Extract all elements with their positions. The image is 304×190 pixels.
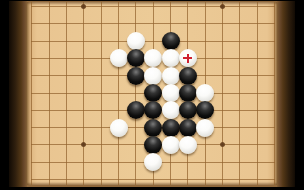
stone-black: [144, 84, 162, 102]
stone-white: [179, 136, 197, 154]
stone-black: [179, 67, 197, 85]
grid-line-vertical: [222, 2, 223, 185]
stone-black: [179, 119, 197, 137]
grid-line-vertical: [31, 2, 32, 185]
stone-white: [162, 67, 180, 85]
stone-black: [162, 119, 180, 137]
star-point: [220, 4, 225, 9]
stone-black: [127, 101, 145, 119]
gomoku-app-screen: [0, 0, 304, 190]
grid-line-vertical: [274, 2, 275, 185]
stone-white: [144, 49, 162, 67]
grid-line-horizontal: [31, 41, 275, 42]
stone-white: [196, 84, 214, 102]
letterbox-left: [0, 0, 9, 190]
stone-white: [144, 153, 162, 171]
last-move-marker: [183, 54, 192, 63]
star-point: [81, 142, 86, 147]
letterbox-top: [0, 0, 304, 1]
grid-line-vertical: [257, 2, 258, 185]
grid-line-horizontal: [31, 179, 275, 180]
stone-white: [196, 119, 214, 137]
stone-white: [162, 84, 180, 102]
grid-line-horizontal: [31, 23, 275, 24]
stone-white: [144, 67, 162, 85]
grid-line-horizontal: [31, 6, 275, 7]
stone-white: [162, 49, 180, 67]
letterbox-bottom: [0, 187, 304, 190]
star-point: [220, 142, 225, 147]
grid-line-vertical: [66, 2, 67, 185]
stone-black: [179, 101, 197, 119]
stone-black: [144, 119, 162, 137]
stone-black: [127, 67, 145, 85]
stone-white: [162, 136, 180, 154]
stone-black: [179, 84, 197, 102]
grid-line-vertical: [135, 2, 136, 185]
stone-white: [110, 49, 128, 67]
grid-line-vertical: [49, 2, 50, 185]
stone-white: [127, 32, 145, 50]
stone-white: [162, 101, 180, 119]
gomoku-board[interactable]: [27, 2, 277, 185]
grid-line-vertical: [101, 2, 102, 185]
grid-line-vertical: [83, 2, 84, 185]
stone-white: [110, 119, 128, 137]
stone-black: [127, 49, 145, 67]
star-point: [81, 4, 86, 9]
stone-black: [144, 136, 162, 154]
grid-line-vertical: [239, 2, 240, 185]
letterbox-right: [295, 0, 304, 190]
grid-line-vertical: [118, 2, 119, 185]
stone-black: [144, 101, 162, 119]
stone-black: [162, 32, 180, 50]
stone-black: [196, 101, 214, 119]
